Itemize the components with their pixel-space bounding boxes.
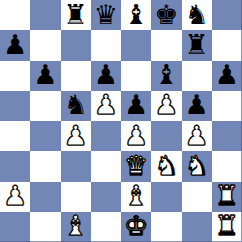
square-h8[interactable]: [212, 0, 242, 30]
square-d1[interactable]: [91, 212, 121, 242]
square-a4[interactable]: [0, 121, 30, 151]
square-e2[interactable]: ♝: [121, 182, 151, 212]
square-f6[interactable]: ♝: [151, 61, 181, 91]
square-b5[interactable]: [30, 91, 60, 121]
square-e8[interactable]: ♝: [121, 0, 151, 30]
black-knight-icon[interactable]: ♞: [185, 1, 209, 28]
square-f7[interactable]: [151, 30, 181, 60]
white-king-icon[interactable]: ♚: [124, 212, 148, 239]
square-f5[interactable]: ♟: [151, 91, 181, 121]
white-knight-icon[interactable]: ♞: [185, 152, 209, 179]
square-b2[interactable]: [30, 182, 60, 212]
white-bishop-icon[interactable]: ♝: [64, 212, 88, 239]
white-pawn-icon[interactable]: ♟: [3, 182, 27, 209]
square-g2[interactable]: [182, 182, 212, 212]
square-g6[interactable]: [182, 61, 212, 91]
square-g8[interactable]: ♞: [182, 0, 212, 30]
square-g1[interactable]: [182, 212, 212, 242]
square-c8[interactable]: ♜: [61, 0, 91, 30]
white-pawn-icon[interactable]: ♟: [185, 122, 209, 149]
square-a5[interactable]: [0, 91, 30, 121]
black-pawn-icon[interactable]: ♟: [33, 61, 57, 88]
square-h4[interactable]: [212, 121, 242, 151]
square-d8[interactable]: ♛: [91, 0, 121, 30]
square-d6[interactable]: ♟: [91, 61, 121, 91]
square-d3[interactable]: [91, 151, 121, 181]
square-g3[interactable]: ♞: [182, 151, 212, 181]
square-f4[interactable]: [151, 121, 181, 151]
white-knight-icon[interactable]: ♞: [154, 152, 178, 179]
square-e4[interactable]: ♟: [121, 121, 151, 151]
square-e5[interactable]: ♟: [121, 91, 151, 121]
square-g5[interactable]: ♟: [182, 91, 212, 121]
chess-board-wrap: ♜♛♝♚♞♟♜♟♟♝♟♞♟♟♟♟♟♟♟♛♞♞♟♝♜♝♚♜: [0, 0, 242, 242]
square-c5[interactable]: ♞: [61, 91, 91, 121]
square-g7[interactable]: ♜: [182, 30, 212, 60]
square-h5[interactable]: [212, 91, 242, 121]
square-c4[interactable]: ♟: [61, 121, 91, 151]
square-a1[interactable]: [0, 212, 30, 242]
square-c6[interactable]: [61, 61, 91, 91]
white-pawn-icon[interactable]: ♟: [94, 91, 118, 118]
square-d5[interactable]: ♟: [91, 91, 121, 121]
square-f2[interactable]: [151, 182, 181, 212]
white-rook-icon[interactable]: ♜: [215, 212, 239, 239]
black-pawn-icon[interactable]: ♟: [185, 91, 209, 118]
square-c7[interactable]: [61, 30, 91, 60]
square-h7[interactable]: [212, 30, 242, 60]
square-h6[interactable]: ♟: [212, 61, 242, 91]
black-king-icon[interactable]: ♚: [154, 1, 178, 28]
square-f1[interactable]: [151, 212, 181, 242]
square-d4[interactable]: [91, 121, 121, 151]
black-pawn-icon[interactable]: ♟: [215, 61, 239, 88]
white-bishop-icon[interactable]: ♝: [124, 182, 148, 209]
black-rook-icon[interactable]: ♜: [64, 1, 88, 28]
black-knight-icon[interactable]: ♞: [64, 91, 88, 118]
white-rook-icon[interactable]: ♜: [215, 182, 239, 209]
square-b3[interactable]: [30, 151, 60, 181]
square-f3[interactable]: ♞: [151, 151, 181, 181]
square-b1[interactable]: [30, 212, 60, 242]
square-b6[interactable]: ♟: [30, 61, 60, 91]
square-e3[interactable]: ♛: [121, 151, 151, 181]
black-rook-icon[interactable]: ♜: [185, 31, 209, 58]
square-h3[interactable]: [212, 151, 242, 181]
black-queen-icon[interactable]: ♛: [94, 1, 118, 28]
black-bishop-icon[interactable]: ♝: [124, 1, 148, 28]
white-pawn-icon[interactable]: ♟: [124, 122, 148, 149]
black-bishop-icon[interactable]: ♝: [154, 61, 178, 88]
black-pawn-icon[interactable]: ♟: [94, 61, 118, 88]
white-pawn-icon[interactable]: ♟: [154, 91, 178, 118]
square-e7[interactable]: [121, 30, 151, 60]
square-a3[interactable]: [0, 151, 30, 181]
white-queen-icon[interactable]: ♛: [124, 152, 148, 179]
square-c3[interactable]: [61, 151, 91, 181]
square-h1[interactable]: ♜: [212, 212, 242, 242]
square-a7[interactable]: ♟: [0, 30, 30, 60]
square-a8[interactable]: [0, 0, 30, 30]
chess-board: ♜♛♝♚♞♟♜♟♟♝♟♞♟♟♟♟♟♟♟♛♞♞♟♝♜♝♚♜: [0, 0, 242, 242]
square-d2[interactable]: [91, 182, 121, 212]
square-a2[interactable]: ♟: [0, 182, 30, 212]
white-pawn-icon[interactable]: ♟: [64, 122, 88, 149]
square-b8[interactable]: [30, 0, 60, 30]
square-h2[interactable]: ♜: [212, 182, 242, 212]
square-b4[interactable]: [30, 121, 60, 151]
square-c2[interactable]: [61, 182, 91, 212]
black-pawn-icon[interactable]: ♟: [3, 31, 27, 58]
square-d7[interactable]: [91, 30, 121, 60]
black-pawn-icon[interactable]: ♟: [124, 91, 148, 118]
square-e6[interactable]: [121, 61, 151, 91]
square-e1[interactable]: ♚: [121, 212, 151, 242]
square-b7[interactable]: [30, 30, 60, 60]
square-f8[interactable]: ♚: [151, 0, 181, 30]
square-a6[interactable]: [0, 61, 30, 91]
square-c1[interactable]: ♝: [61, 212, 91, 242]
square-g4[interactable]: ♟: [182, 121, 212, 151]
